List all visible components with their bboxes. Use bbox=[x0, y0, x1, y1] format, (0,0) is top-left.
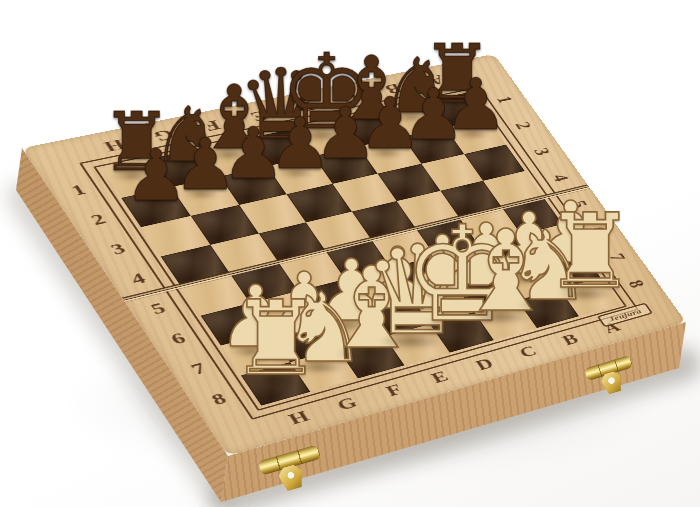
r-glyph: ♜ bbox=[544, 200, 636, 303]
product-photo-chess-set: HHGGFFEEDDCCBBAA1122334455667788 Jeujura… bbox=[0, 0, 700, 507]
p-glyph: ♟ bbox=[444, 69, 508, 140]
pieces-layer: ♜♞♝♛♚♝♞♜♟♟♟♟♟♟♟♟♟♟♟♟♟♟♟♟♜♞♝♛♚♝♞♜ bbox=[0, 0, 700, 507]
